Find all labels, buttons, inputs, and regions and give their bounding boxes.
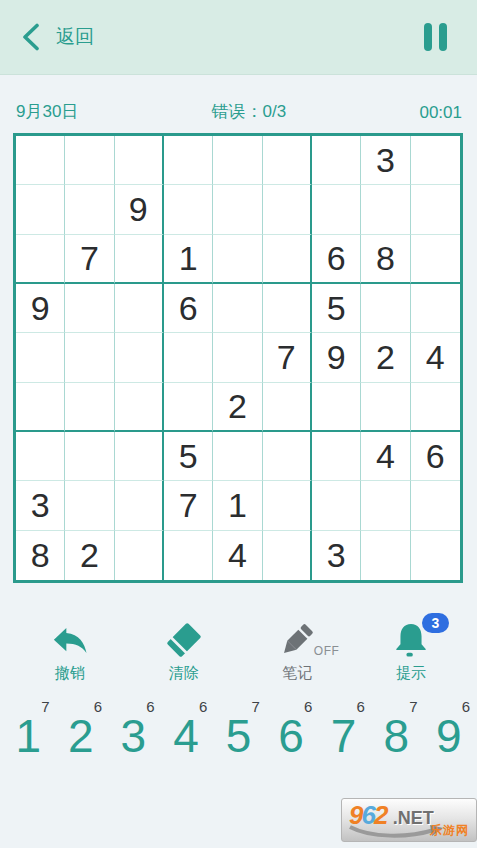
cell-r1c2[interactable] <box>65 136 114 185</box>
numpad-7[interactable]: 67 <box>317 700 370 772</box>
numpad-9-remaining-count: 6 <box>462 698 470 715</box>
cell-r8c4[interactable]: 7 <box>164 481 213 530</box>
cell-r3c5[interactable] <box>213 235 262 284</box>
cell-r7c7[interactable] <box>312 432 361 481</box>
numpad-5-remaining-count: 7 <box>251 698 259 715</box>
cell-r6c5[interactable]: 2 <box>213 383 262 432</box>
cell-r6c7[interactable] <box>312 383 361 432</box>
cell-r6c6[interactable] <box>263 383 312 432</box>
cell-r7c9[interactable]: 6 <box>411 432 460 481</box>
cell-r2c1[interactable] <box>16 185 65 234</box>
numpad-8[interactable]: 78 <box>370 700 423 772</box>
cell-r9c1[interactable]: 8 <box>16 531 65 580</box>
undo-button[interactable]: 撤销 <box>42 618 98 682</box>
cell-r5c7[interactable]: 9 <box>312 333 361 382</box>
notes-button[interactable]: OFF 笔记 <box>269 618 325 682</box>
cell-r6c2[interactable] <box>65 383 114 432</box>
errors-label: 错误：0/3 <box>212 100 287 123</box>
pause-button[interactable] <box>420 19 451 55</box>
number-pad: 716263647566677869 <box>0 700 477 772</box>
toolbar: 撤销 清除 <box>0 618 477 682</box>
timer-label: 00:01 <box>419 103 462 123</box>
cell-r6c4[interactable] <box>164 383 213 432</box>
cell-r4c1[interactable]: 9 <box>16 284 65 333</box>
cell-r4c6[interactable] <box>263 284 312 333</box>
undo-label: 撤销 <box>55 664 85 683</box>
cell-r8c2[interactable] <box>65 481 114 530</box>
erase-button[interactable]: 清除 <box>156 618 212 682</box>
numpad-7-remaining-count: 6 <box>357 698 365 715</box>
date-label: 9月30日 <box>16 100 78 123</box>
watermark-cn: 乐游网 <box>430 822 469 839</box>
back-label: 返回 <box>56 24 94 50</box>
cell-r3c7[interactable]: 6 <box>312 235 361 284</box>
cell-r4c2[interactable] <box>65 284 114 333</box>
cell-r2c4[interactable] <box>164 185 213 234</box>
cell-r2c8[interactable] <box>361 185 410 234</box>
numpad-5[interactable]: 75 <box>212 700 265 772</box>
cell-r7c5[interactable] <box>213 432 262 481</box>
cell-r1c8[interactable]: 3 <box>361 136 410 185</box>
cell-r7c4[interactable]: 5 <box>164 432 213 481</box>
cell-r7c8[interactable]: 4 <box>361 432 410 481</box>
cell-r6c8[interactable] <box>361 383 410 432</box>
numpad-4-remaining-count: 6 <box>199 698 207 715</box>
cell-r2c3[interactable]: 9 <box>115 185 164 234</box>
cell-r4c7[interactable]: 5 <box>312 284 361 333</box>
cell-r4c9[interactable] <box>411 284 460 333</box>
cell-r4c5[interactable] <box>213 284 262 333</box>
cell-r4c3[interactable] <box>115 284 164 333</box>
cell-r1c4[interactable] <box>164 136 213 185</box>
cell-r1c9[interactable] <box>411 136 460 185</box>
numpad-1[interactable]: 71 <box>2 700 55 772</box>
cell-r5c9[interactable]: 4 <box>411 333 460 382</box>
cell-r2c6[interactable] <box>263 185 312 234</box>
cell-r7c1[interactable] <box>16 432 65 481</box>
top-bar: 返回 <box>0 0 477 75</box>
cell-r8c9[interactable] <box>411 481 460 530</box>
cell-r8c5[interactable]: 1 <box>213 481 262 530</box>
cell-r2c5[interactable] <box>213 185 262 234</box>
cell-r9c9[interactable] <box>411 531 460 580</box>
cell-r9c7[interactable]: 3 <box>312 531 361 580</box>
cell-r3c8[interactable]: 8 <box>361 235 410 284</box>
back-button[interactable]: 返回 <box>22 23 94 51</box>
pause-icon <box>439 23 447 51</box>
cell-r6c9[interactable] <box>411 383 460 432</box>
cell-r5c3[interactable] <box>115 333 164 382</box>
numpad-2[interactable]: 62 <box>55 700 108 772</box>
chevron-left-icon <box>22 23 40 51</box>
cell-r8c3[interactable] <box>115 481 164 530</box>
pause-icon <box>424 23 432 51</box>
cell-r3c4[interactable]: 1 <box>164 235 213 284</box>
undo-arrow-icon <box>48 618 92 662</box>
cell-r9c5[interactable]: 4 <box>213 531 262 580</box>
cell-r5c8[interactable]: 2 <box>361 333 410 382</box>
cell-r8c6[interactable] <box>263 481 312 530</box>
numpad-6[interactable]: 66 <box>265 700 318 772</box>
sudoku-grid: 397168965792425463718243 <box>13 133 463 583</box>
status-row: 9月30日 错误：0/3 00:01 <box>0 75 477 133</box>
cell-r6c1[interactable] <box>16 383 65 432</box>
cell-r5c4[interactable] <box>164 333 213 382</box>
numpad-3[interactable]: 63 <box>107 700 160 772</box>
numpad-4[interactable]: 64 <box>160 700 213 772</box>
numpad-3-remaining-count: 6 <box>146 698 154 715</box>
cell-r3c3[interactable] <box>115 235 164 284</box>
pencil-icon <box>275 618 319 662</box>
sudoku-app: 返回 9月30日 错误：0/3 00:01 397168965792425463… <box>0 0 477 848</box>
cell-r8c8[interactable] <box>361 481 410 530</box>
cell-r9c2[interactable]: 2 <box>65 531 114 580</box>
numpad-6-remaining-count: 6 <box>304 698 312 715</box>
cell-r2c2[interactable] <box>65 185 114 234</box>
cell-r1c5[interactable] <box>213 136 262 185</box>
hint-count-badge: 3 <box>422 613 449 633</box>
cell-r3c1[interactable] <box>16 235 65 284</box>
cell-r1c7[interactable] <box>312 136 361 185</box>
cell-r2c7[interactable] <box>312 185 361 234</box>
cell-r1c3[interactable] <box>115 136 164 185</box>
cell-r4c8[interactable] <box>361 284 410 333</box>
cell-r4c4[interactable]: 6 <box>164 284 213 333</box>
cell-r6c3[interactable] <box>115 383 164 432</box>
erase-label: 清除 <box>169 664 199 683</box>
notes-state-badge: OFF <box>314 644 340 658</box>
cell-r9c8[interactable] <box>361 531 410 580</box>
numpad-1-remaining-count: 7 <box>41 698 49 715</box>
cell-r3c9[interactable] <box>411 235 460 284</box>
cell-r9c6[interactable] <box>263 531 312 580</box>
cell-r5c2[interactable] <box>65 333 114 382</box>
eraser-icon <box>162 618 206 662</box>
cell-r7c2[interactable] <box>65 432 114 481</box>
numpad-9[interactable]: 69 <box>423 700 476 772</box>
cell-r8c7[interactable] <box>312 481 361 530</box>
cell-r5c6[interactable]: 7 <box>263 333 312 382</box>
cell-r2c9[interactable] <box>411 185 460 234</box>
numpad-8-remaining-count: 7 <box>409 698 417 715</box>
cell-r9c3[interactable] <box>115 531 164 580</box>
cell-r5c5[interactable] <box>213 333 262 382</box>
cell-r1c1[interactable] <box>16 136 65 185</box>
cell-r9c4[interactable] <box>164 531 213 580</box>
hint-button[interactable]: 3 提示 <box>383 618 439 682</box>
cell-r3c6[interactable] <box>263 235 312 284</box>
watermark-logo: 962 .NET 乐游网 <box>341 798 477 842</box>
cell-r7c3[interactable] <box>115 432 164 481</box>
cell-r1c6[interactable] <box>263 136 312 185</box>
cell-r5c1[interactable] <box>16 333 65 382</box>
cell-r7c6[interactable] <box>263 432 312 481</box>
cell-r8c1[interactable]: 3 <box>16 481 65 530</box>
numpad-2-remaining-count: 6 <box>94 698 102 715</box>
cell-r3c2[interactable]: 7 <box>65 235 114 284</box>
hint-label: 提示 <box>396 664 426 683</box>
notes-label: 笔记 <box>282 664 312 683</box>
